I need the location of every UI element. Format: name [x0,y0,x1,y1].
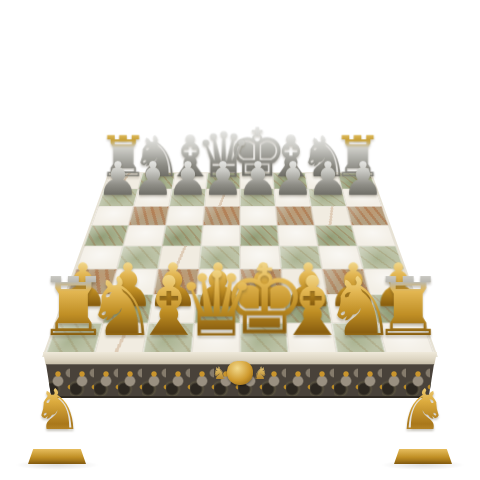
crest-right-figure-icon: ♞ [253,365,268,382]
square-e7: ♟ [240,189,275,206]
square-g5 [314,225,357,246]
square-e6 [240,206,277,225]
square-f5 [277,225,318,246]
square-b6 [129,206,170,225]
leg-shadow-left [15,460,99,470]
square-f7: ♟ [274,189,311,206]
gold-knight-b1: ♞ [84,271,157,345]
square-a6 [91,206,133,225]
silver-pawn-h7: ♟ [342,158,384,201]
square-c7: ♟ [169,189,206,206]
base-center-crest: ♞ ♞ [197,358,283,388]
square-d7: ♟ [205,189,240,206]
square-f6 [275,206,314,225]
square-h5 [351,225,396,246]
square-g7: ♟ [308,189,347,206]
gold-queen-d1: ♛ [176,263,256,345]
square-d1: ♛ [191,323,240,355]
square-c5 [162,225,203,246]
square-c6 [166,206,205,225]
corner-leg-left: ♞ [12,386,102,470]
square-b1: ♞ [94,323,148,355]
horse-figurine-left-icon: ♞ [32,382,82,438]
square-h7: ♟ [342,189,382,206]
square-b5 [123,225,166,246]
chess-board: ♜♞♝♛♚♝♞♜♟♟♟♟♟♟♟♟♟♟♟♟♟♟♟♟♜♞♝♛♚♝♞♜ [45,173,434,355]
square-d5 [201,225,240,246]
square-a5 [84,225,129,246]
board-tilt-plane: ♜♞♝♛♚♝♞♜♟♟♟♟♟♟♟♟♟♟♟♟♟♟♟♟♜♞♝♛♚♝♞♜ [45,173,434,355]
square-h1: ♜ [378,323,435,355]
crest-shield-icon [227,361,253,385]
gold-rook-h1: ♜ [371,271,444,345]
corner-leg-right: ♞ [378,386,468,470]
square-g6 [311,206,352,225]
crest-left-figure-icon: ♞ [212,365,227,382]
square-d6 [203,206,240,225]
chess-set-photo: ♜♞♝♛♚♝♞♜♟♟♟♟♟♟♟♟♟♟♟♟♟♟♟♟♜♞♝♛♚♝♞♜ ♞ ♞ ♞ ♞ [0,0,480,480]
horse-figurine-right-icon: ♞ [398,382,448,438]
leg-shadow-right [381,460,465,470]
square-h6 [346,206,388,225]
square-e5 [240,225,279,246]
